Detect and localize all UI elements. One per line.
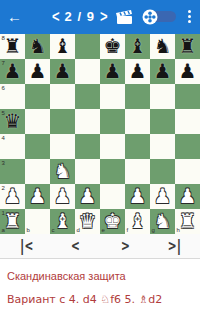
square-c7[interactable]: ♟ xyxy=(50,59,75,84)
top-app-bar: ← < 2 / 9 > xyxy=(0,0,200,33)
square-e6[interactable] xyxy=(100,84,125,109)
black-pawn: ♟ xyxy=(150,59,175,84)
autoplay-toggle[interactable] xyxy=(142,9,176,25)
rank-label: 6 xyxy=(2,85,5,91)
rank-label: 7 xyxy=(2,60,5,66)
rank-label: 8 xyxy=(2,35,5,41)
black-bishop: ♝ xyxy=(50,34,75,59)
square-e1[interactable]: ♚e xyxy=(100,209,125,234)
square-b5[interactable] xyxy=(25,109,50,134)
black-rook: ♜ xyxy=(175,34,200,59)
square-a5[interactable]: ♛5 xyxy=(0,109,25,134)
square-c4[interactable] xyxy=(50,134,75,159)
rank-label: 4 xyxy=(2,135,5,141)
square-g8[interactable]: ♞ xyxy=(150,34,175,59)
square-h8[interactable]: ♜ xyxy=(175,34,200,59)
black-king: ♚ xyxy=(100,34,125,59)
white-pawn: ♟ xyxy=(175,184,200,209)
square-h3[interactable] xyxy=(175,159,200,184)
square-f1[interactable]: ♝f xyxy=(125,209,150,234)
square-c2[interactable]: ♟ xyxy=(50,184,75,209)
square-c1[interactable]: ♝c xyxy=(50,209,75,234)
square-b1[interactable]: b xyxy=(25,209,50,234)
prev-chevron-icon[interactable]: < xyxy=(49,7,63,26)
square-e7[interactable]: ♟ xyxy=(100,59,125,84)
white-bishop: ♝ xyxy=(125,209,150,234)
black-pawn: ♟ xyxy=(175,59,200,84)
square-h5[interactable] xyxy=(175,109,200,134)
black-pawn: ♟ xyxy=(100,59,125,84)
square-d2[interactable]: ♟ xyxy=(75,184,100,209)
square-c8[interactable]: ♝ xyxy=(50,34,75,59)
black-pawn: ♟ xyxy=(25,59,50,84)
toolbar-icons xyxy=(115,8,193,25)
square-b3[interactable] xyxy=(25,159,50,184)
black-knight: ♞ xyxy=(25,34,50,59)
next-chevron-icon[interactable]: > xyxy=(97,7,111,26)
square-d6[interactable] xyxy=(75,84,100,109)
square-g7[interactable]: ♟ xyxy=(150,59,175,84)
square-f3[interactable] xyxy=(125,159,150,184)
white-pawn: ♟ xyxy=(50,184,75,209)
annotation-panel: Скандинавская защита Вариант с 4. d4 ♘f6… xyxy=(0,259,200,317)
square-d3[interactable] xyxy=(75,159,100,184)
white-pawn: ♟ xyxy=(75,184,100,209)
move-pager: < 2 / 9 > xyxy=(49,9,110,24)
back-arrow-icon[interactable]: ← xyxy=(7,0,29,33)
white-pawn: ♟ xyxy=(25,184,50,209)
black-bishop: ♝ xyxy=(125,34,150,59)
square-a3[interactable]: 3 xyxy=(0,159,25,184)
square-b7[interactable]: ♟ xyxy=(25,59,50,84)
position-counter: 2 / 9 xyxy=(63,9,97,24)
square-f6[interactable] xyxy=(125,84,150,109)
square-b4[interactable] xyxy=(25,134,50,159)
square-f8[interactable]: ♝ xyxy=(125,34,150,59)
square-d8[interactable] xyxy=(75,34,100,59)
square-a8[interactable]: ♜8 xyxy=(0,34,25,59)
square-a6[interactable]: 6 xyxy=(0,84,25,109)
square-h7[interactable]: ♟ xyxy=(175,59,200,84)
square-e8[interactable]: ♚ xyxy=(100,34,125,59)
square-f5[interactable] xyxy=(125,109,150,134)
square-f2[interactable]: ♟ xyxy=(125,184,150,209)
square-d4[interactable] xyxy=(75,134,100,159)
square-c5[interactable] xyxy=(50,109,75,134)
clapperboard-icon[interactable] xyxy=(115,9,133,25)
next-move-button[interactable]: > xyxy=(100,232,150,260)
square-g3[interactable] xyxy=(150,159,175,184)
rank-label: 2 xyxy=(2,185,5,191)
square-c3[interactable]: ♞ xyxy=(50,159,75,184)
rank-label: 5 xyxy=(2,110,5,116)
square-f7[interactable]: ♟ xyxy=(125,59,150,84)
opening-name: Скандинавская защита xyxy=(7,270,193,282)
square-a2[interactable]: ♟2 xyxy=(0,184,25,209)
square-g5[interactable] xyxy=(150,109,175,134)
first-move-button[interactable]: |< xyxy=(0,232,50,260)
square-f4[interactable] xyxy=(125,134,150,159)
white-pawn: ♟ xyxy=(125,184,150,209)
square-e4[interactable] xyxy=(100,134,125,159)
chess-board: ♜8♞♝♚♝♞♜♟7♟♟♟♟♟♟6♛543♞♟2♟♟♟♟♟♟♜1ab♝c♛d♚e… xyxy=(0,33,200,234)
last-move-button[interactable]: >| xyxy=(150,232,200,260)
white-knight: ♞ xyxy=(50,159,75,184)
white-pawn: ♟ xyxy=(150,184,175,209)
variation-line: Вариант с 4. d4 ♘f6 5. ♗d2 xyxy=(7,293,193,306)
rank-label: 3 xyxy=(2,160,5,166)
black-pawn: ♟ xyxy=(50,59,75,84)
rank-label: 1 xyxy=(2,210,5,216)
film-reel-icon xyxy=(142,9,158,25)
square-a7[interactable]: ♟7 xyxy=(0,59,25,84)
square-e2[interactable] xyxy=(100,184,125,209)
square-c6[interactable] xyxy=(50,84,75,109)
square-b2[interactable]: ♟ xyxy=(25,184,50,209)
square-h4[interactable] xyxy=(175,134,200,159)
square-h1[interactable]: ♜h xyxy=(175,209,200,234)
black-pawn: ♟ xyxy=(125,59,150,84)
black-knight: ♞ xyxy=(150,34,175,59)
square-g6[interactable] xyxy=(150,84,175,109)
square-h6[interactable] xyxy=(175,84,200,109)
square-e3[interactable] xyxy=(100,159,125,184)
square-b8[interactable]: ♞ xyxy=(25,34,50,59)
prev-move-button[interactable]: < xyxy=(50,232,100,260)
square-g2[interactable]: ♟ xyxy=(150,184,175,209)
square-g4[interactable] xyxy=(150,134,175,159)
square-d7[interactable] xyxy=(75,59,100,84)
square-g1[interactable]: ♞g xyxy=(150,209,175,234)
square-b6[interactable] xyxy=(25,84,50,109)
move-nav-bar: |< < > >| xyxy=(0,234,200,259)
square-h2[interactable]: ♟ xyxy=(175,184,200,209)
square-d1[interactable]: ♛d xyxy=(75,209,100,234)
square-a1[interactable]: ♜1a xyxy=(0,209,25,234)
square-a4[interactable]: 4 xyxy=(0,134,25,159)
square-e5[interactable] xyxy=(100,109,125,134)
overflow-menu-icon[interactable] xyxy=(186,8,193,25)
square-d5[interactable] xyxy=(75,109,100,134)
